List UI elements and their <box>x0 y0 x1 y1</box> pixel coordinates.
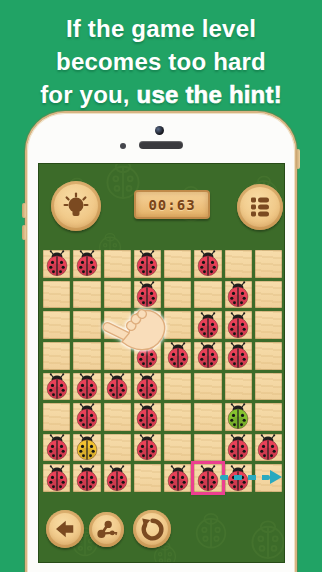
board-cell[interactable] <box>73 373 100 401</box>
back-button[interactable] <box>46 510 84 548</box>
board <box>41 248 284 494</box>
board-cell[interactable] <box>43 342 70 370</box>
share-key-icon <box>95 518 118 541</box>
share-button[interactable] <box>89 512 124 547</box>
board-cell[interactable] <box>194 281 221 309</box>
board-cell[interactable] <box>164 373 191 401</box>
headline-line1: If the game level <box>0 12 322 45</box>
board-cell[interactable] <box>73 250 100 278</box>
red-ladybug-icon <box>195 342 221 369</box>
board-cell[interactable] <box>134 250 161 278</box>
yellow-ladybug-icon <box>74 434 100 461</box>
board-cell[interactable] <box>43 250 70 278</box>
board-cell[interactable] <box>225 281 252 309</box>
red-ladybug-icon <box>104 373 130 400</box>
game-screen: 00:63 <box>38 163 285 563</box>
power-button <box>296 149 300 169</box>
board-cell[interactable] <box>255 281 282 309</box>
board-cell[interactable] <box>255 434 282 462</box>
restart-icon <box>140 517 165 542</box>
board-cell[interactable] <box>194 342 221 370</box>
board-cell[interactable] <box>43 403 70 431</box>
red-ladybug-icon <box>134 403 160 430</box>
red-ladybug-icon <box>195 312 221 339</box>
board-cell[interactable] <box>134 434 161 462</box>
volume-up-button <box>22 203 26 218</box>
board-cell[interactable] <box>255 342 282 370</box>
board-cell[interactable] <box>194 373 221 401</box>
board-cell[interactable] <box>194 464 221 492</box>
board-cell[interactable] <box>255 373 282 401</box>
red-ladybug-icon <box>134 373 160 400</box>
board-cell[interactable] <box>225 342 252 370</box>
board-cell[interactable] <box>43 434 70 462</box>
board-cell[interactable] <box>73 464 100 492</box>
camera-icon <box>155 126 164 135</box>
board-cell[interactable] <box>164 250 191 278</box>
red-ladybug-icon <box>225 342 251 369</box>
app-store-screenshot: If the game level becomes too hard for y… <box>0 0 322 572</box>
headline-line2: becomes too hard <box>0 45 322 78</box>
board-cell[interactable] <box>194 250 221 278</box>
board-cell[interactable] <box>255 250 282 278</box>
board-cell[interactable] <box>43 281 70 309</box>
board-cell[interactable] <box>73 281 100 309</box>
red-ladybug-icon <box>74 403 100 430</box>
lightbulb-icon <box>61 191 91 221</box>
board-cell[interactable] <box>255 403 282 431</box>
board-cell[interactable] <box>104 250 131 278</box>
headline-strong: use the hint! <box>137 81 282 108</box>
pointing-hand-hint <box>99 295 173 361</box>
red-ladybug-icon <box>195 465 221 492</box>
sensor-icon <box>120 143 126 149</box>
board-cell[interactable] <box>164 403 191 431</box>
red-ladybug-icon <box>74 465 100 492</box>
board-cell[interactable] <box>134 373 161 401</box>
red-ladybug-icon <box>225 312 251 339</box>
board-cell[interactable] <box>134 403 161 431</box>
headline: If the game level becomes too hard for y… <box>0 12 322 111</box>
board-cell[interactable] <box>104 464 131 492</box>
board-cell[interactable] <box>164 434 191 462</box>
volume-down-button <box>22 225 26 240</box>
red-ladybug-icon <box>104 465 130 492</box>
restart-button[interactable] <box>133 510 171 548</box>
speaker-icon <box>139 141 183 149</box>
timer-value: 00:63 <box>148 197 195 213</box>
board-cell[interactable] <box>225 373 252 401</box>
red-ladybug-icon <box>74 250 100 277</box>
red-ladybug-icon <box>225 434 251 461</box>
hint-button[interactable] <box>51 181 101 231</box>
board-cell[interactable] <box>134 464 161 492</box>
board-cell[interactable] <box>104 373 131 401</box>
board-cell[interactable] <box>255 311 282 339</box>
board-cell[interactable] <box>73 434 100 462</box>
board-cell[interactable] <box>194 434 221 462</box>
red-ladybug-icon <box>44 373 70 400</box>
red-ladybug-icon <box>195 250 221 277</box>
board-cell[interactable] <box>43 373 70 401</box>
board-cell[interactable] <box>104 403 131 431</box>
red-ladybug-icon <box>165 465 191 492</box>
board-cell[interactable] <box>73 403 100 431</box>
red-ladybug-icon <box>225 281 251 308</box>
board-cell[interactable] <box>194 311 221 339</box>
red-ladybug-icon <box>44 465 70 492</box>
phone-frame: 00:63 <box>27 113 295 572</box>
green-ladybug-icon <box>225 403 251 430</box>
red-ladybug-icon <box>134 434 160 461</box>
board-cell[interactable] <box>225 311 252 339</box>
board-cell[interactable] <box>225 403 252 431</box>
headline-line3: for you, use the hint! <box>0 78 322 111</box>
board-cell[interactable] <box>43 464 70 492</box>
board-cell[interactable] <box>225 250 252 278</box>
board-cell[interactable] <box>225 434 252 462</box>
hint-move-arrow <box>220 475 270 480</box>
ladybug-outline-pattern <box>189 509 233 557</box>
red-ladybug-icon <box>44 434 70 461</box>
red-ladybug-icon <box>74 373 100 400</box>
board-cell[interactable] <box>104 434 131 462</box>
ladybug-outline-pattern <box>244 516 285 563</box>
board-cell[interactable] <box>194 403 221 431</box>
levels-menu-button[interactable] <box>237 184 283 230</box>
red-ladybug-icon <box>44 250 70 277</box>
red-ladybug-icon <box>134 250 160 277</box>
timer-panel: 00:63 <box>134 190 210 219</box>
board-cell[interactable] <box>43 311 70 339</box>
back-arrow-icon <box>53 517 77 541</box>
red-ladybug-icon <box>255 434 281 461</box>
list-icon <box>247 194 273 220</box>
board-cell[interactable] <box>164 464 191 492</box>
